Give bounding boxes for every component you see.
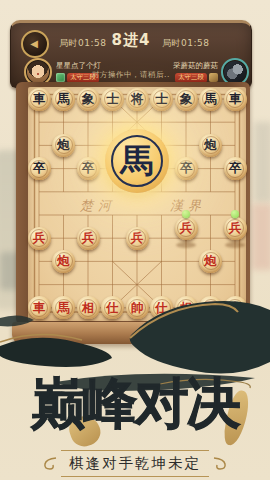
piece-black-炮[interactable]: 炮 — [199, 134, 222, 157]
piece-red-兵[interactable]: 兵 — [28, 227, 51, 250]
piece-red-兵[interactable]: 兵 — [175, 217, 198, 240]
round-stage-title: 8进4 — [11, 31, 251, 50]
highlight-piece-horse[interactable]: 馬 — [105, 129, 169, 193]
promo-headline: 巅峰对决 — [0, 374, 270, 433]
promo-subtitle-frame: 棋逢对手乾坤未定 — [0, 450, 270, 477]
promo-subtitle: 棋逢对手乾坤未定 — [61, 450, 209, 477]
xiangqi-board: 楚河 漢界 — [28, 87, 246, 321]
piece-black-卒[interactable]: 卒 — [28, 157, 51, 180]
piece-red-兵[interactable]: 兵 — [126, 227, 149, 250]
piece-red-炮[interactable]: 炮 — [52, 250, 75, 273]
app-screen: ◀ 局时01:58 8进4 局时01:58 星星点了个灯 太守三段 对方操作中，… — [0, 0, 270, 480]
piece-black-炮[interactable]: 炮 — [52, 134, 75, 157]
match-top-bar: ◀ 局时01:58 8进4 局时01:58 星星点了个灯 太守三段 对方操作中，… — [10, 20, 252, 88]
piece-red-炮[interactable]: 炮 — [199, 250, 222, 273]
piece-black-象[interactable]: 象 — [77, 88, 100, 111]
horse-glyph: 馬 — [121, 139, 154, 184]
piece-black-車[interactable]: 車 — [28, 88, 51, 111]
piece-black-将[interactable]: 将 — [126, 88, 149, 111]
background-tower-right — [254, 122, 270, 202]
piece-black-士[interactable]: 士 — [150, 88, 173, 111]
piece-red-兵[interactable]: 兵 — [77, 227, 100, 250]
river-label-han: 漢界 — [170, 197, 206, 215]
right-avatar-image — [224, 61, 246, 83]
piece-black-卒[interactable]: 卒 — [175, 157, 198, 180]
piece-black-馬[interactable]: 馬 — [52, 88, 75, 111]
piece-black-象[interactable]: 象 — [175, 88, 198, 111]
right-player-name: 采蘑菇的蘑菇 — [173, 61, 218, 71]
piece-black-士[interactable]: 士 — [101, 88, 124, 111]
right-player-clock: 局时01:58 — [162, 37, 209, 50]
piece-black-卒[interactable]: 卒 — [77, 157, 100, 180]
background-blossom-right — [252, 204, 270, 270]
piece-red-兵[interactable]: 兵 — [224, 217, 247, 240]
piece-black-卒[interactable]: 卒 — [224, 157, 247, 180]
river-label-chu: 楚河 — [80, 197, 116, 215]
piece-black-車[interactable]: 車 — [224, 88, 247, 111]
piece-black-馬[interactable]: 馬 — [199, 88, 222, 111]
board-grid-lines — [28, 87, 246, 321]
ornament-left-icon — [41, 455, 57, 473]
ornament-right-icon — [213, 455, 229, 473]
